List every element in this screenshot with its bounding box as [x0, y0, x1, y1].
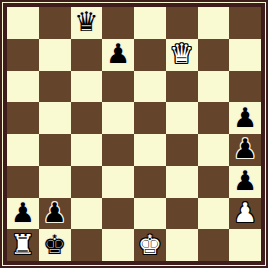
piece-black-pawn[interactable]: ♟ — [106, 40, 130, 67]
square-c8[interactable]: ♛ — [71, 7, 103, 39]
square-d1[interactable] — [102, 229, 134, 261]
piece-white-king[interactable]: ♚ — [138, 231, 162, 258]
square-h6[interactable] — [229, 71, 261, 103]
square-h3[interactable]: ♟ — [229, 166, 261, 198]
square-a8[interactable] — [7, 7, 39, 39]
square-d8[interactable] — [102, 7, 134, 39]
square-d7[interactable]: ♟ — [102, 39, 134, 71]
square-b5[interactable] — [39, 102, 71, 134]
square-b6[interactable] — [39, 71, 71, 103]
square-c7[interactable] — [71, 39, 103, 71]
square-d4[interactable] — [102, 134, 134, 166]
square-d2[interactable] — [102, 198, 134, 230]
piece-white-pawn[interactable]: ♟ — [233, 199, 257, 226]
square-f2[interactable] — [166, 198, 198, 230]
square-g2[interactable] — [198, 198, 230, 230]
square-g4[interactable] — [198, 134, 230, 166]
square-g5[interactable] — [198, 102, 230, 134]
square-g8[interactable] — [198, 7, 230, 39]
square-f5[interactable] — [166, 102, 198, 134]
square-c6[interactable] — [71, 71, 103, 103]
square-g6[interactable] — [198, 71, 230, 103]
square-e5[interactable] — [134, 102, 166, 134]
piece-black-pawn[interactable]: ♟ — [43, 199, 67, 226]
square-e4[interactable] — [134, 134, 166, 166]
piece-black-pawn[interactable]: ♟ — [233, 135, 257, 162]
square-a7[interactable] — [7, 39, 39, 71]
square-e1[interactable]: ♚ — [134, 229, 166, 261]
square-a2[interactable]: ♟ — [7, 198, 39, 230]
square-c5[interactable] — [71, 102, 103, 134]
square-f3[interactable] — [166, 166, 198, 198]
piece-black-pawn[interactable]: ♟ — [233, 167, 257, 194]
square-a1[interactable]: ♜ — [7, 229, 39, 261]
square-d3[interactable] — [102, 166, 134, 198]
chess-board: ♛♟♛♟♟♟♟♟♟♜♚♚ — [7, 7, 261, 261]
square-b4[interactable] — [39, 134, 71, 166]
chess-board-frame: ♛♟♛♟♟♟♟♟♟♜♚♚ — [0, 0, 268, 268]
square-a6[interactable] — [7, 71, 39, 103]
square-c3[interactable] — [71, 166, 103, 198]
piece-black-king[interactable]: ♚ — [43, 231, 67, 258]
piece-white-queen[interactable]: ♛ — [170, 40, 194, 67]
square-b7[interactable] — [39, 39, 71, 71]
piece-black-pawn[interactable]: ♟ — [11, 199, 35, 226]
square-c4[interactable] — [71, 134, 103, 166]
square-c1[interactable] — [71, 229, 103, 261]
piece-white-rook[interactable]: ♜ — [11, 231, 35, 258]
square-h1[interactable] — [229, 229, 261, 261]
square-h7[interactable] — [229, 39, 261, 71]
square-g3[interactable] — [198, 166, 230, 198]
square-e3[interactable] — [134, 166, 166, 198]
piece-black-queen[interactable]: ♛ — [74, 8, 98, 35]
square-g1[interactable] — [198, 229, 230, 261]
square-e8[interactable] — [134, 7, 166, 39]
square-f8[interactable] — [166, 7, 198, 39]
square-e6[interactable] — [134, 71, 166, 103]
square-h4[interactable]: ♟ — [229, 134, 261, 166]
piece-black-pawn[interactable]: ♟ — [233, 104, 257, 131]
square-b8[interactable] — [39, 7, 71, 39]
square-b3[interactable] — [39, 166, 71, 198]
square-g7[interactable] — [198, 39, 230, 71]
square-h5[interactable]: ♟ — [229, 102, 261, 134]
square-f6[interactable] — [166, 71, 198, 103]
square-b1[interactable]: ♚ — [39, 229, 71, 261]
square-h2[interactable]: ♟ — [229, 198, 261, 230]
square-f7[interactable]: ♛ — [166, 39, 198, 71]
square-b2[interactable]: ♟ — [39, 198, 71, 230]
square-e2[interactable] — [134, 198, 166, 230]
square-e7[interactable] — [134, 39, 166, 71]
square-f1[interactable] — [166, 229, 198, 261]
square-a4[interactable] — [7, 134, 39, 166]
square-a3[interactable] — [7, 166, 39, 198]
square-c2[interactable] — [71, 198, 103, 230]
square-d6[interactable] — [102, 71, 134, 103]
square-h8[interactable] — [229, 7, 261, 39]
square-f4[interactable] — [166, 134, 198, 166]
square-a5[interactable] — [7, 102, 39, 134]
square-d5[interactable] — [102, 102, 134, 134]
